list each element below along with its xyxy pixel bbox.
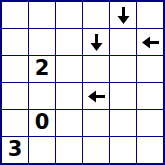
cell-r4c0[interactable] <box>2 110 28 136</box>
cell-r4c2[interactable] <box>56 110 82 136</box>
cell-r4c1[interactable]: 0 <box>29 110 55 136</box>
number-clue: 0 <box>35 112 50 133</box>
cell-r5c3[interactable] <box>83 137 109 163</box>
cell-r3c1[interactable] <box>29 83 55 109</box>
arrow-left-icon <box>87 87 106 106</box>
arrow-down-icon <box>114 6 133 25</box>
cell-r0c0[interactable] <box>2 2 28 28</box>
cell-r0c3[interactable] <box>83 2 109 28</box>
arrow-down-icon <box>87 33 106 52</box>
cell-r1c3[interactable] <box>83 29 109 55</box>
cell-r0c5[interactable] <box>137 2 163 28</box>
cell-r5c2[interactable] <box>56 137 82 163</box>
puzzle-grid: 203 <box>0 0 165 165</box>
cell-r1c2[interactable] <box>56 29 82 55</box>
cell-r3c3[interactable] <box>83 83 109 109</box>
cell-r2c5[interactable] <box>137 56 163 82</box>
cell-r0c4[interactable] <box>110 2 136 28</box>
cell-r2c0[interactable] <box>2 56 28 82</box>
cell-r5c0[interactable]: 3 <box>2 137 28 163</box>
cell-r1c0[interactable] <box>2 29 28 55</box>
cell-r4c5[interactable] <box>137 110 163 136</box>
cell-r3c4[interactable] <box>110 83 136 109</box>
cell-r3c0[interactable] <box>2 83 28 109</box>
cell-r4c3[interactable] <box>83 110 109 136</box>
cell-r0c2[interactable] <box>56 2 82 28</box>
cell-r5c4[interactable] <box>110 137 136 163</box>
cell-r1c1[interactable] <box>29 29 55 55</box>
cell-r2c1[interactable]: 2 <box>29 56 55 82</box>
cell-r1c4[interactable] <box>110 29 136 55</box>
cell-r3c2[interactable] <box>56 83 82 109</box>
cell-r0c1[interactable] <box>29 2 55 28</box>
number-clue: 2 <box>35 58 50 79</box>
cell-r5c5[interactable] <box>137 137 163 163</box>
cell-r4c4[interactable] <box>110 110 136 136</box>
cell-r2c4[interactable] <box>110 56 136 82</box>
cell-r5c1[interactable] <box>29 137 55 163</box>
cell-r3c5[interactable] <box>137 83 163 109</box>
number-clue: 3 <box>8 139 23 160</box>
cell-r2c2[interactable] <box>56 56 82 82</box>
arrow-left-icon <box>141 33 160 52</box>
cell-r2c3[interactable] <box>83 56 109 82</box>
cell-r1c5[interactable] <box>137 29 163 55</box>
